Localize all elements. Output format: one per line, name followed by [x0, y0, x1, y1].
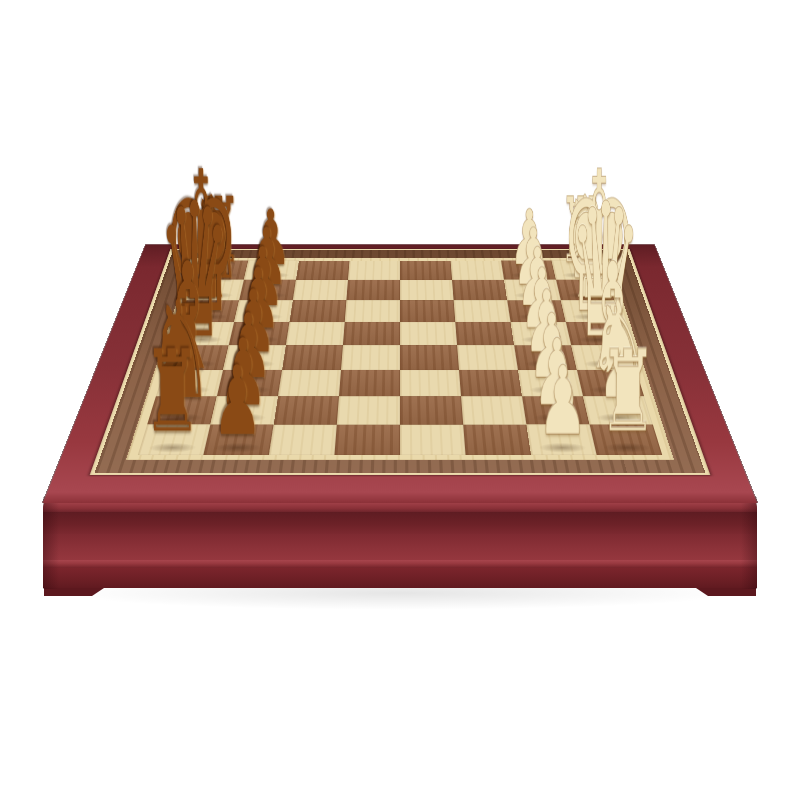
square-f6[interactable] — [289, 300, 346, 322]
piece-black-rook-a8[interactable]: ♜ — [143, 335, 201, 448]
square-a6[interactable] — [269, 425, 337, 455]
board-inner-maple-strip: ♜♟♟♜♞♟♟♞♝♟♟♝♚♟♟♚♛♟♟♛♝♟♟♝♞♟♟♞♜♟♟♜ — [126, 258, 674, 460]
square-c4[interactable] — [400, 370, 461, 396]
square-g3[interactable] — [452, 280, 507, 300]
square-e3[interactable] — [455, 322, 514, 345]
square-e4[interactable] — [400, 322, 457, 345]
square-c5[interactable] — [339, 370, 400, 396]
square-a2[interactable]: ♟ — [526, 425, 596, 455]
square-a3[interactable] — [463, 425, 531, 455]
square-c6[interactable] — [278, 370, 341, 396]
board-grid: ♜♟♟♜♞♟♟♞♝♟♟♝♚♟♟♚♛♟♟♛♝♟♟♝♞♟♟♞♜♟♟♜ — [138, 261, 662, 455]
piece-white-pawn-a2[interactable]: ♟ — [537, 353, 588, 448]
square-a1[interactable]: ♜ — [590, 425, 663, 455]
square-g5[interactable] — [346, 280, 400, 300]
piece-black-pawn-a7[interactable]: ♟ — [212, 353, 263, 448]
square-g6[interactable] — [293, 280, 348, 300]
square-b4[interactable] — [400, 396, 463, 424]
square-e5[interactable] — [343, 322, 400, 345]
board-frame: ♜♟♟♜♞♟♟♞♝♟♟♝♚♟♟♚♛♟♟♛♝♟♟♝♞♟♟♞♜♟♟♜ — [43, 245, 757, 503]
square-d6[interactable] — [282, 345, 343, 370]
square-d5[interactable] — [341, 345, 400, 370]
board-outer-maple-line: ♜♟♟♜♞♟♟♞♝♟♟♝♚♟♟♚♛♟♟♛♝♟♟♝♞♟♟♞♜♟♟♜ — [90, 249, 711, 475]
board-walnut-border: ♜♟♟♜♞♟♟♞♝♟♟♝♚♟♟♚♛♟♟♛♝♟♟♝♞♟♟♞♜♟♟♜ — [95, 250, 706, 473]
square-h6[interactable] — [296, 261, 350, 280]
square-c3[interactable] — [459, 370, 522, 396]
square-d3[interactable] — [457, 345, 518, 370]
square-b5[interactable] — [337, 396, 400, 424]
square-a8[interactable]: ♜ — [138, 425, 211, 455]
square-f5[interactable] — [345, 300, 400, 322]
square-h3[interactable] — [451, 261, 505, 280]
square-f4[interactable] — [400, 300, 455, 322]
chess-board: ♜♟♟♜♞♟♟♞♝♟♟♝♚♟♟♚♛♟♟♛♝♟♟♝♞♟♟♞♜♟♟♜ — [43, 245, 757, 503]
square-f3[interactable] — [454, 300, 511, 322]
square-a5[interactable] — [334, 425, 400, 455]
square-h5[interactable] — [348, 261, 400, 280]
square-b3[interactable] — [461, 396, 526, 424]
square-d4[interactable] — [400, 345, 459, 370]
square-a4[interactable] — [400, 425, 466, 455]
square-h4[interactable] — [400, 261, 452, 280]
board-scene: ♜♟♟♜♞♟♟♞♝♟♟♝♚♟♟♚♛♟♟♛♝♟♟♝♞♟♟♞♜♟♟♜ — [0, 0, 800, 800]
square-g4[interactable] — [400, 280, 454, 300]
square-e6[interactable] — [286, 322, 345, 345]
square-a7[interactable]: ♟ — [203, 425, 273, 455]
product-photo-stage: ♜♟♟♜♞♟♟♞♝♟♟♝♚♟♟♚♛♟♟♛♝♟♟♝♞♟♟♞♜♟♟♜ — [0, 0, 800, 800]
piece-white-rook-a1[interactable]: ♜ — [599, 335, 657, 448]
square-b6[interactable] — [274, 396, 339, 424]
